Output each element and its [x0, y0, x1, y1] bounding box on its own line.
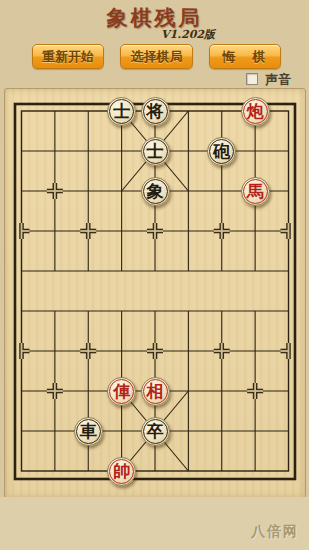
- piece-glyph: 砲: [213, 143, 230, 160]
- piece-red-相[interactable]: 相: [141, 377, 170, 406]
- xiangqi-board[interactable]: 士将炮士砲象馬俥相車卒帥: [4, 88, 306, 499]
- piece-glyph: 卒: [147, 423, 164, 440]
- piece-black-士[interactable]: 士: [141, 137, 170, 166]
- piece-black-象[interactable]: 象: [141, 177, 170, 206]
- piece-red-俥[interactable]: 俥: [107, 377, 136, 406]
- sound-label: 声音: [265, 71, 291, 89]
- piece-red-炮[interactable]: 炮: [241, 97, 270, 126]
- select-game-button[interactable]: 选择棋局: [120, 44, 193, 69]
- piece-black-卒[interactable]: 卒: [141, 417, 170, 446]
- piece-glyph: 俥: [113, 383, 130, 400]
- piece-glyph: 相: [147, 383, 164, 400]
- piece-glyph: 馬: [247, 183, 264, 200]
- piece-glyph: 車: [80, 423, 97, 440]
- piece-glyph: 炮: [247, 103, 264, 120]
- piece-glyph: 士: [113, 103, 130, 120]
- sound-checkbox[interactable]: [246, 73, 258, 85]
- watermark: 八倍网: [251, 523, 299, 541]
- piece-glyph: 将: [147, 103, 164, 120]
- restart-button[interactable]: 重新开始: [32, 44, 104, 69]
- piece-black-車[interactable]: 車: [74, 417, 103, 446]
- undo-button[interactable]: 悔 棋: [209, 44, 281, 69]
- version-label: V1.202版: [0, 27, 215, 42]
- piece-red-馬[interactable]: 馬: [241, 177, 270, 206]
- piece-red-帥[interactable]: 帥: [107, 457, 136, 486]
- xiangqi-app: 象棋残局 V1.202版 重新开始 选择棋局 悔 棋 声音 士将炮士砲象馬俥相車…: [0, 0, 309, 550]
- pieces-layer: 士将炮士砲象馬俥相車卒帥: [5, 89, 305, 498]
- piece-black-砲[interactable]: 砲: [207, 137, 236, 166]
- piece-black-将[interactable]: 将: [141, 97, 170, 126]
- piece-glyph: 象: [147, 183, 164, 200]
- piece-glyph: 士: [147, 143, 164, 160]
- piece-black-士[interactable]: 士: [107, 97, 136, 126]
- piece-glyph: 帥: [113, 463, 130, 480]
